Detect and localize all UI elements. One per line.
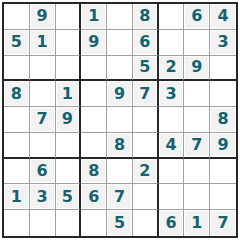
given-digit: 5 <box>134 57 156 79</box>
cell-r4c5[interactable]: 9 <box>107 81 133 107</box>
cell-r4c1[interactable]: 8 <box>4 81 30 107</box>
cell-r7c9[interactable] <box>210 159 236 185</box>
given-digit: 5 <box>5 31 28 54</box>
cell-r1c2[interactable]: 9 <box>30 4 56 30</box>
given-digit: 8 <box>134 5 156 28</box>
cell-r7c4[interactable]: 8 <box>81 159 107 185</box>
given-digit: 1 <box>31 31 54 54</box>
given-digit: 3 <box>211 31 235 54</box>
cell-r4c3[interactable]: 1 <box>56 81 82 107</box>
cell-r3c1[interactable] <box>4 56 30 82</box>
cell-r3c6[interactable]: 5 <box>133 56 159 82</box>
cell-r5c1[interactable] <box>4 107 30 133</box>
cell-r8c1[interactable]: 1 <box>4 184 30 210</box>
cell-r8c5[interactable]: 7 <box>107 184 133 210</box>
cell-r1c3[interactable] <box>56 4 82 30</box>
cell-r9c9[interactable]: 7 <box>210 210 236 236</box>
cell-r5c3[interactable]: 9 <box>56 107 82 133</box>
cell-r6c5[interactable]: 8 <box>107 133 133 159</box>
given-digit: 2 <box>134 160 156 183</box>
cell-r8c3[interactable]: 5 <box>56 184 82 210</box>
cell-r1c5[interactable] <box>107 4 133 30</box>
given-digit: 5 <box>57 185 79 208</box>
cell-r5c5[interactable] <box>107 107 133 133</box>
given-digit: 9 <box>108 82 131 105</box>
cell-r8c4[interactable]: 6 <box>81 184 107 210</box>
given-digit: 9 <box>31 5 54 28</box>
cell-r6c3[interactable] <box>56 133 82 159</box>
cell-r9c3[interactable] <box>56 210 82 236</box>
cell-r6c2[interactable] <box>30 133 56 159</box>
cell-r5c8[interactable] <box>184 107 210 133</box>
cell-r4c9[interactable] <box>210 81 236 107</box>
given-digit: 1 <box>185 211 208 235</box>
cell-r7c2[interactable]: 6 <box>30 159 56 185</box>
cell-r5c6[interactable] <box>133 107 159 133</box>
given-digit: 6 <box>82 185 105 208</box>
cell-r9c4[interactable] <box>81 210 107 236</box>
cell-r6c9[interactable]: 9 <box>210 133 236 159</box>
given-digit: 9 <box>57 108 79 131</box>
cell-r1c4[interactable]: 1 <box>81 4 107 30</box>
cell-r9c5[interactable]: 5 <box>107 210 133 236</box>
cell-r3c4[interactable] <box>81 56 107 82</box>
cell-r9c6[interactable] <box>133 210 159 236</box>
cell-r2c5[interactable] <box>107 30 133 56</box>
given-digit: 8 <box>82 160 105 183</box>
cell-r2c9[interactable]: 3 <box>210 30 236 56</box>
cell-r5c9[interactable]: 8 <box>210 107 236 133</box>
cell-r2c7[interactable] <box>159 30 185 56</box>
given-digit: 1 <box>82 5 105 28</box>
cell-r6c4[interactable] <box>81 133 107 159</box>
cell-r6c1[interactable] <box>4 133 30 159</box>
cell-r4c7[interactable]: 3 <box>159 81 185 107</box>
cell-r2c3[interactable] <box>56 30 82 56</box>
cell-r4c6[interactable]: 7 <box>133 81 159 107</box>
cell-r1c1[interactable] <box>4 4 30 30</box>
cell-r3c9[interactable] <box>210 56 236 82</box>
cell-r4c8[interactable] <box>184 81 210 107</box>
given-digit: 9 <box>185 57 208 79</box>
cell-r6c7[interactable]: 4 <box>159 133 185 159</box>
cell-r2c2[interactable]: 1 <box>30 30 56 56</box>
given-digit: 8 <box>108 134 131 156</box>
given-digit: 7 <box>185 134 208 156</box>
sudoku-board: 9186451963529819737988479682135675617 <box>2 2 238 238</box>
cell-r1c7[interactable] <box>159 4 185 30</box>
cell-r4c4[interactable] <box>81 81 107 107</box>
given-digit: 6 <box>31 160 54 183</box>
given-digit: 7 <box>211 211 235 235</box>
cell-r6c6[interactable] <box>133 133 159 159</box>
cell-r7c6[interactable]: 2 <box>133 159 159 185</box>
cell-r1c6[interactable]: 8 <box>133 4 159 30</box>
cell-r9c1[interactable] <box>4 210 30 236</box>
cell-r9c8[interactable]: 1 <box>184 210 210 236</box>
given-digit: 7 <box>31 108 54 131</box>
cell-r8c7[interactable] <box>159 184 185 210</box>
cell-r8c8[interactable] <box>184 184 210 210</box>
given-digit: 3 <box>160 82 183 105</box>
given-digit: 8 <box>211 108 235 131</box>
given-digit: 1 <box>57 82 79 105</box>
cell-r7c5[interactable] <box>107 159 133 185</box>
cell-r5c2[interactable]: 7 <box>30 107 56 133</box>
cell-r8c2[interactable]: 3 <box>30 184 56 210</box>
given-digit: 4 <box>211 5 235 28</box>
cell-r3c8[interactable]: 9 <box>184 56 210 82</box>
cell-r7c7[interactable] <box>159 159 185 185</box>
cell-r1c8[interactable]: 6 <box>184 4 210 30</box>
cell-r5c7[interactable] <box>159 107 185 133</box>
given-digit: 3 <box>31 185 54 208</box>
cell-r7c1[interactable] <box>4 159 30 185</box>
cell-r7c3[interactable] <box>56 159 82 185</box>
cell-r1c9[interactable]: 4 <box>210 4 236 30</box>
cell-r2c1[interactable]: 5 <box>4 30 30 56</box>
cell-r4c2[interactable] <box>30 81 56 107</box>
given-digit: 7 <box>134 82 156 105</box>
given-digit: 6 <box>134 31 156 54</box>
given-digit: 7 <box>108 185 131 208</box>
cell-r7c8[interactable] <box>184 159 210 185</box>
cell-r3c5[interactable] <box>107 56 133 82</box>
cell-r3c7[interactable]: 2 <box>159 56 185 82</box>
cell-r2c4[interactable]: 9 <box>81 30 107 56</box>
given-digit: 8 <box>5 82 28 105</box>
given-digit: 9 <box>82 31 105 54</box>
cell-r2c8[interactable] <box>184 30 210 56</box>
cell-r9c7[interactable]: 6 <box>159 210 185 236</box>
cell-r8c9[interactable] <box>210 184 236 210</box>
given-digit: 4 <box>160 134 183 156</box>
cell-r6c8[interactable]: 7 <box>184 133 210 159</box>
cell-r2c6[interactable]: 6 <box>133 30 159 56</box>
given-digit: 6 <box>185 5 208 28</box>
cell-r9c2[interactable] <box>30 210 56 236</box>
cell-r8c6[interactable] <box>133 184 159 210</box>
given-digit: 1 <box>5 185 28 208</box>
given-digit: 5 <box>108 211 131 235</box>
cell-r5c4[interactable] <box>81 107 107 133</box>
cell-r3c3[interactable] <box>56 56 82 82</box>
given-digit: 2 <box>160 57 183 79</box>
given-digit: 6 <box>160 211 183 235</box>
given-digit: 9 <box>211 134 235 156</box>
cell-r3c2[interactable] <box>30 56 56 82</box>
